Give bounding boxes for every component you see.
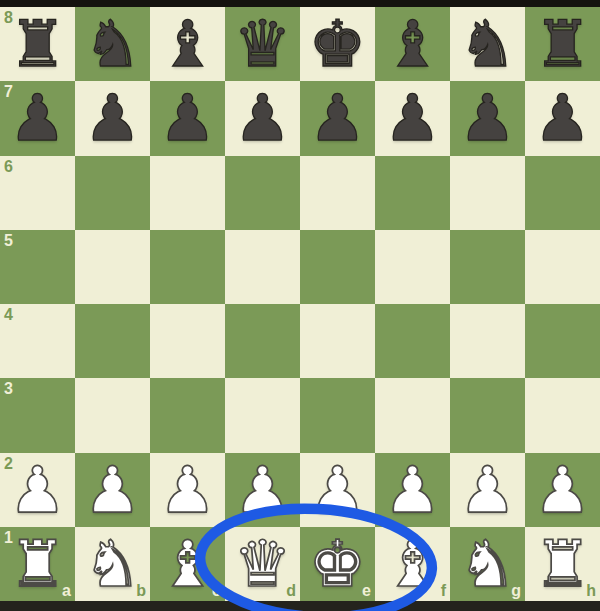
rank-label-5: 5 [4,233,13,249]
piece-black-knight[interactable]: ♞ [84,7,141,81]
piece-white-pawn[interactable]: ♟ [234,453,291,527]
piece-black-rook[interactable]: ♜ [534,7,591,81]
rank-label-3: 3 [4,381,13,397]
piece-white-king[interactable]: ♚ [309,527,366,601]
square-g2[interactable]: ♟ [450,453,525,527]
square-b8[interactable]: ♞ [75,7,150,81]
square-e2[interactable]: ♟ [300,453,375,527]
square-d8[interactable]: ♛ [225,7,300,81]
piece-white-pawn[interactable]: ♟ [309,453,366,527]
square-c6[interactable] [150,156,225,230]
square-d3[interactable] [225,378,300,452]
square-a8[interactable]: 8♜ [0,7,75,81]
square-e1[interactable]: e♚ [300,527,375,601]
square-a3[interactable]: 3 [0,378,75,452]
square-a5[interactable]: 5 [0,230,75,304]
piece-black-pawn[interactable]: ♟ [534,81,591,155]
piece-white-pawn[interactable]: ♟ [159,453,216,527]
piece-black-pawn[interactable]: ♟ [9,81,66,155]
square-g1[interactable]: g♞ [450,527,525,601]
square-b7[interactable]: ♟ [75,81,150,155]
piece-black-bishop[interactable]: ♝ [159,7,216,81]
square-d2[interactable]: ♟ [225,453,300,527]
square-e7[interactable]: ♟ [300,81,375,155]
piece-black-pawn[interactable]: ♟ [234,81,291,155]
square-b6[interactable] [75,156,150,230]
square-g5[interactable] [450,230,525,304]
piece-black-pawn[interactable]: ♟ [384,81,441,155]
square-f8[interactable]: ♝ [375,7,450,81]
square-f3[interactable] [375,378,450,452]
square-a2[interactable]: 2♟ [0,453,75,527]
square-h4[interactable] [525,304,600,378]
square-a7[interactable]: 7♟ [0,81,75,155]
piece-white-pawn[interactable]: ♟ [459,453,516,527]
square-g4[interactable] [450,304,525,378]
square-g3[interactable] [450,378,525,452]
piece-white-knight[interactable]: ♞ [84,527,141,601]
piece-black-pawn[interactable]: ♟ [84,81,141,155]
square-c4[interactable] [150,304,225,378]
square-a4[interactable]: 4 [0,304,75,378]
piece-white-rook[interactable]: ♜ [9,527,66,601]
rank-label-6: 6 [4,159,13,175]
square-h7[interactable]: ♟ [525,81,600,155]
square-f7[interactable]: ♟ [375,81,450,155]
square-c3[interactable] [150,378,225,452]
square-c5[interactable] [150,230,225,304]
square-h1[interactable]: h♜ [525,527,600,601]
square-b2[interactable]: ♟ [75,453,150,527]
piece-white-pawn[interactable]: ♟ [534,453,591,527]
square-b1[interactable]: b♞ [75,527,150,601]
piece-black-pawn[interactable]: ♟ [159,81,216,155]
piece-white-rook[interactable]: ♜ [534,527,591,601]
piece-white-pawn[interactable]: ♟ [384,453,441,527]
square-e5[interactable] [300,230,375,304]
piece-black-pawn[interactable]: ♟ [459,81,516,155]
piece-black-king[interactable]: ♚ [309,7,366,81]
square-d7[interactable]: ♟ [225,81,300,155]
square-a1[interactable]: 1a♜ [0,527,75,601]
square-a6[interactable]: 6 [0,156,75,230]
square-b3[interactable] [75,378,150,452]
square-f6[interactable] [375,156,450,230]
piece-white-pawn[interactable]: ♟ [9,453,66,527]
piece-black-bishop[interactable]: ♝ [384,7,441,81]
square-e4[interactable] [300,304,375,378]
square-e8[interactable]: ♚ [300,7,375,81]
piece-white-queen[interactable]: ♛ [234,527,291,601]
piece-white-pawn[interactable]: ♟ [84,453,141,527]
square-d6[interactable] [225,156,300,230]
square-d4[interactable] [225,304,300,378]
square-h3[interactable] [525,378,600,452]
square-c2[interactable]: ♟ [150,453,225,527]
piece-black-rook[interactable]: ♜ [9,7,66,81]
piece-black-pawn[interactable]: ♟ [309,81,366,155]
chess-app: 8♜♞♝♛♚♝♞♜7♟♟♟♟♟♟♟♟65432♟♟♟♟♟♟♟♟1a♜b♞c♝d♛… [0,0,600,611]
square-f4[interactable] [375,304,450,378]
square-g7[interactable]: ♟ [450,81,525,155]
piece-white-bishop[interactable]: ♝ [159,527,216,601]
square-g6[interactable] [450,156,525,230]
chess-board: 8♜♞♝♛♚♝♞♜7♟♟♟♟♟♟♟♟65432♟♟♟♟♟♟♟♟1a♜b♞c♝d♛… [0,7,600,601]
file-label-f: f [441,583,446,599]
square-c8[interactable]: ♝ [150,7,225,81]
piece-white-bishop[interactable]: ♝ [384,527,441,601]
piece-black-queen[interactable]: ♛ [234,7,291,81]
square-d5[interactable] [225,230,300,304]
square-e3[interactable] [300,378,375,452]
square-f1[interactable]: f♝ [375,527,450,601]
square-f2[interactable]: ♟ [375,453,450,527]
square-c7[interactable]: ♟ [150,81,225,155]
square-b5[interactable] [75,230,150,304]
square-h2[interactable]: ♟ [525,453,600,527]
square-g8[interactable]: ♞ [450,7,525,81]
square-h5[interactable] [525,230,600,304]
square-f5[interactable] [375,230,450,304]
piece-white-knight[interactable]: ♞ [459,527,516,601]
square-d1[interactable]: d♛ [225,527,300,601]
bottom-bar [0,601,600,611]
square-c1[interactable]: c♝ [150,527,225,601]
square-b4[interactable] [75,304,150,378]
top-bar [0,0,600,7]
piece-black-knight[interactable]: ♞ [459,7,516,81]
rank-label-4: 4 [4,307,13,323]
square-e6[interactable] [300,156,375,230]
square-h8[interactable]: ♜ [525,7,600,81]
square-h6[interactable] [525,156,600,230]
